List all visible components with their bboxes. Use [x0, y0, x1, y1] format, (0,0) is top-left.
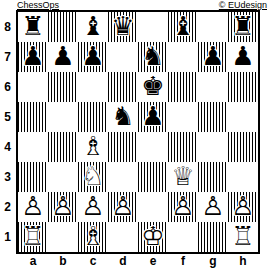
square-e7[interactable]: ♞ [138, 42, 168, 72]
white-pawn[interactable]: ♟♙ [18, 192, 48, 222]
file-label-f: f [168, 255, 198, 268]
square-f3[interactable]: ♛♕ [168, 162, 198, 192]
rank-label-7: 7 [0, 42, 15, 72]
square-f8[interactable]: ♝ [168, 12, 198, 42]
square-c2[interactable]: ♟♙ [78, 192, 108, 222]
file-label-c: c [78, 255, 108, 268]
square-d2[interactable]: ♟♙ [108, 192, 138, 222]
white-queen[interactable]: ♛♕ [168, 162, 198, 192]
square-h1[interactable]: ♜♖ [228, 222, 258, 252]
square-b8[interactable] [48, 12, 78, 42]
square-d7[interactable] [108, 42, 138, 72]
square-f6[interactable] [168, 72, 198, 102]
file-label-e: e [138, 255, 168, 268]
square-c1[interactable]: ♝♗ [78, 222, 108, 252]
square-e4[interactable] [138, 132, 168, 162]
black-king[interactable]: ♚ [138, 72, 168, 102]
square-b2[interactable]: ♟♙ [48, 192, 78, 222]
white-pawn[interactable]: ♟♙ [228, 192, 258, 222]
rank-label-1: 1 [0, 222, 15, 252]
square-c8[interactable]: ♝ [78, 12, 108, 42]
square-c7[interactable]: ♟ [78, 42, 108, 72]
square-e8[interactable] [138, 12, 168, 42]
square-h8[interactable]: ♜ [228, 12, 258, 42]
square-g3[interactable] [198, 162, 228, 192]
file-label-d: d [108, 255, 138, 268]
square-g2[interactable]: ♟♙ [198, 192, 228, 222]
square-a3[interactable] [18, 162, 48, 192]
white-pawn[interactable]: ♟♙ [48, 192, 78, 222]
piece-outline: ♙ [78, 192, 108, 222]
square-h5[interactable] [228, 102, 258, 132]
square-f4[interactable] [168, 132, 198, 162]
black-pawn[interactable]: ♟ [18, 42, 48, 72]
square-h2[interactable]: ♟♙ [228, 192, 258, 222]
piece-outline: ♖ [18, 222, 48, 252]
square-g1[interactable] [198, 222, 228, 252]
square-b3[interactable] [48, 162, 78, 192]
square-f7[interactable] [168, 42, 198, 72]
file-labels: abcdefgh [18, 255, 258, 268]
square-g4[interactable] [198, 132, 228, 162]
square-a5[interactable] [18, 102, 48, 132]
square-c5[interactable] [78, 102, 108, 132]
piece-outline: ♕ [168, 162, 198, 192]
black-knight[interactable]: ♞ [138, 42, 168, 72]
file-label-h: h [228, 255, 258, 268]
square-c3[interactable]: ♞♘ [78, 162, 108, 192]
square-f1[interactable] [168, 222, 198, 252]
white-pawn[interactable]: ♟♙ [168, 192, 198, 222]
square-c4[interactable]: ♝♗ [78, 132, 108, 162]
black-pawn[interactable]: ♟ [198, 42, 228, 72]
black-bishop[interactable]: ♝ [78, 12, 108, 42]
square-a4[interactable] [18, 132, 48, 162]
piece-outline: ♗ [78, 222, 108, 252]
black-queen[interactable]: ♛ [108, 12, 138, 42]
black-pawn[interactable]: ♟ [228, 42, 258, 72]
piece-outline: ♙ [48, 192, 78, 222]
square-d1[interactable] [108, 222, 138, 252]
white-pawn[interactable]: ♟♙ [78, 192, 108, 222]
piece-outline: ♔ [138, 222, 168, 252]
piece-outline: ♗ [78, 132, 108, 162]
white-bishop[interactable]: ♝♗ [78, 132, 108, 162]
black-bishop[interactable]: ♝ [168, 12, 198, 42]
black-pawn[interactable]: ♟ [78, 42, 108, 72]
rank-label-3: 3 [0, 162, 15, 192]
piece-outline: ♙ [168, 192, 198, 222]
square-a2[interactable]: ♟♙ [18, 192, 48, 222]
piece-outline: ♙ [228, 192, 258, 222]
square-a6[interactable] [18, 72, 48, 102]
piece-outline: ♖ [228, 222, 258, 252]
chessops-link[interactable]: ChessOps [17, 0, 59, 10]
eudesign-credit-link[interactable]: © EUdesign [219, 0, 267, 10]
square-h7[interactable]: ♟ [228, 42, 258, 72]
black-knight[interactable]: ♞ [108, 102, 138, 132]
square-d5[interactable]: ♞ [108, 102, 138, 132]
rank-labels: 87654321 [0, 12, 15, 252]
square-a8[interactable]: ♜ [18, 12, 48, 42]
chessboard: ♜♝♛♝♜♟♟♟♞♟♟♚♞♟♝♗♞♘♛♕♟♙♟♙♟♙♟♙♟♙♟♙♟♙♜♖♝♗♚♔… [16, 10, 260, 254]
square-g8[interactable] [198, 12, 228, 42]
white-rook[interactable]: ♜♖ [228, 222, 258, 252]
square-g5[interactable] [198, 102, 228, 132]
square-e1[interactable]: ♚♔ [138, 222, 168, 252]
square-b7[interactable]: ♟ [48, 42, 78, 72]
piece-outline: ♙ [108, 192, 138, 222]
square-d6[interactable] [108, 72, 138, 102]
square-c6[interactable] [78, 72, 108, 102]
file-label-g: g [198, 255, 228, 268]
square-h6[interactable] [228, 72, 258, 102]
file-label-b: b [48, 255, 78, 268]
black-pawn[interactable]: ♟ [48, 42, 78, 72]
square-d3[interactable] [108, 162, 138, 192]
square-b1[interactable] [48, 222, 78, 252]
square-g6[interactable] [198, 72, 228, 102]
white-pawn[interactable]: ♟♙ [108, 192, 138, 222]
square-h4[interactable] [228, 132, 258, 162]
square-e3[interactable] [138, 162, 168, 192]
square-b4[interactable] [48, 132, 78, 162]
square-g7[interactable]: ♟ [198, 42, 228, 72]
square-a1[interactable]: ♜♖ [18, 222, 48, 252]
square-e2[interactable] [138, 192, 168, 222]
white-bishop[interactable]: ♝♗ [78, 222, 108, 252]
white-king[interactable]: ♚♔ [138, 222, 168, 252]
rank-label-2: 2 [0, 192, 15, 222]
square-h3[interactable] [228, 162, 258, 192]
piece-outline: ♘ [78, 162, 108, 192]
rank-label-6: 6 [0, 72, 15, 102]
piece-outline: ♙ [198, 192, 228, 222]
square-d8[interactable]: ♛ [108, 12, 138, 42]
square-a7[interactable]: ♟ [18, 42, 48, 72]
square-b5[interactable] [48, 102, 78, 132]
black-rook[interactable]: ♜ [228, 12, 258, 42]
black-pawn[interactable]: ♟ [138, 102, 168, 132]
piece-outline: ♙ [18, 192, 48, 222]
white-rook[interactable]: ♜♖ [18, 222, 48, 252]
file-label-a: a [18, 255, 48, 268]
square-e5[interactable]: ♟ [138, 102, 168, 132]
white-knight[interactable]: ♞♘ [78, 162, 108, 192]
black-rook[interactable]: ♜ [18, 12, 48, 42]
rank-label-4: 4 [0, 132, 15, 162]
square-f2[interactable]: ♟♙ [168, 192, 198, 222]
square-e6[interactable]: ♚ [138, 72, 168, 102]
rank-label-8: 8 [0, 12, 15, 42]
rank-label-5: 5 [0, 102, 15, 132]
square-b6[interactable] [48, 72, 78, 102]
square-f5[interactable] [168, 102, 198, 132]
white-pawn[interactable]: ♟♙ [198, 192, 228, 222]
square-d4[interactable] [108, 132, 138, 162]
